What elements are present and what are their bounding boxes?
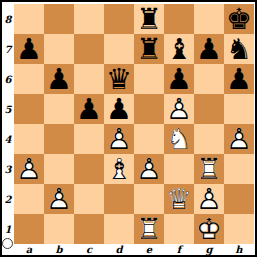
rank-label-2: 2 [2,184,14,214]
pawn-glyph-outline: ♙ [224,124,254,154]
pawn-glyph: ♟ [74,94,104,124]
file-labels: abcdefgh [14,243,254,255]
square-h5[interactable] [224,94,254,124]
piece-black-pawn[interactable]: ♟ [44,64,74,94]
square-f5[interactable]: ♟♙ [164,94,194,124]
king-glyph: ♚ [224,4,254,34]
square-e8[interactable]: ♜ [134,4,164,34]
pawn-glyph-outline: ♙ [44,184,74,214]
square-c1[interactable] [74,214,104,244]
piece-white-king[interactable]: ♚♔ [194,214,224,244]
square-g7[interactable]: ♟ [194,34,224,64]
square-b4[interactable] [44,124,74,154]
square-f4[interactable]: ♞♘ [164,124,194,154]
piece-white-pawn[interactable]: ♟♙ [44,184,74,214]
square-b8[interactable] [44,4,74,34]
square-a1[interactable] [14,214,44,244]
file-label-b: b [44,243,74,255]
rook-glyph: ♜ [134,4,164,34]
chess-board: ♜♚♟♜♝♟♞♟♛♟♟♟♟♟♙♟♙♞♘♟♙♟♙♝♗♟♙♜♖♟♙♛♕♟♙♜♖♚♔ [14,4,254,244]
square-a4[interactable] [14,124,44,154]
piece-black-pawn[interactable]: ♟ [194,34,224,64]
square-f7[interactable]: ♝ [164,34,194,64]
piece-white-rook[interactable]: ♜♖ [134,214,164,244]
square-b5[interactable] [44,94,74,124]
square-h6[interactable]: ♟ [224,64,254,94]
square-f2[interactable]: ♛♕ [164,184,194,214]
pawn-glyph-outline: ♙ [194,184,224,214]
rook-glyph-outline: ♖ [134,214,164,244]
square-c3[interactable] [74,154,104,184]
rank-label-8: 8 [2,4,14,34]
rook-glyph: ♜ [134,34,164,64]
square-c7[interactable] [74,34,104,64]
pawn-glyph: ♟ [164,64,194,94]
piece-black-pawn[interactable]: ♟ [104,94,134,124]
white-to-move-indicator [2,238,13,249]
piece-white-knight[interactable]: ♞♘ [164,124,194,154]
square-d1[interactable] [104,214,134,244]
square-b3[interactable] [44,154,74,184]
square-f8[interactable] [164,4,194,34]
pawn-glyph: ♟ [194,34,224,64]
pawn-glyph: ♟ [44,64,74,94]
file-label-d: d [104,243,134,255]
piece-black-pawn[interactable]: ♟ [74,94,104,124]
square-b6[interactable]: ♟ [44,64,74,94]
rank-label-6: 6 [2,64,14,94]
knight-glyph: ♞ [224,34,254,64]
square-h4[interactable]: ♟♙ [224,124,254,154]
square-f6[interactable]: ♟ [164,64,194,94]
square-h1[interactable] [224,214,254,244]
square-b1[interactable] [44,214,74,244]
rook-glyph-outline: ♖ [194,154,224,184]
rank-label-4: 4 [2,124,14,154]
piece-black-king[interactable]: ♚ [224,4,254,34]
piece-white-pawn[interactable]: ♟♙ [164,94,194,124]
square-e3[interactable]: ♟♙ [134,154,164,184]
square-f3[interactable] [164,154,194,184]
square-d5[interactable]: ♟ [104,94,134,124]
piece-black-knight[interactable]: ♞ [224,34,254,64]
square-g1[interactable]: ♚♔ [194,214,224,244]
square-e4[interactable] [134,124,164,154]
rank-label-5: 5 [2,94,14,124]
piece-black-rook[interactable]: ♜ [134,34,164,64]
queen-glyph: ♛ [104,64,134,94]
rank-label-7: 7 [2,34,14,64]
square-a2[interactable] [14,184,44,214]
square-d3[interactable]: ♝♗ [104,154,134,184]
square-g4[interactable] [194,124,224,154]
file-label-a: a [14,243,44,255]
pawn-glyph: ♟ [104,94,134,124]
file-label-h: h [224,243,254,255]
square-a3[interactable]: ♟♙ [14,154,44,184]
square-d8[interactable] [104,4,134,34]
rank-label-3: 3 [2,154,14,184]
square-g2[interactable]: ♟♙ [194,184,224,214]
square-g3[interactable]: ♜♖ [194,154,224,184]
square-c6[interactable] [74,64,104,94]
square-h2[interactable] [224,184,254,214]
bishop-glyph-outline: ♗ [104,154,134,184]
square-h3[interactable] [224,154,254,184]
piece-white-pawn[interactable]: ♟♙ [224,124,254,154]
square-d2[interactable] [104,184,134,214]
pawn-glyph: ♟ [14,34,44,64]
square-e7[interactable]: ♜ [134,34,164,64]
piece-black-rook[interactable]: ♜ [134,4,164,34]
square-e6[interactable] [134,64,164,94]
square-c8[interactable] [74,4,104,34]
square-a6[interactable] [14,64,44,94]
square-g6[interactable] [194,64,224,94]
knight-glyph-outline: ♘ [164,124,194,154]
square-g8[interactable] [194,4,224,34]
bishop-glyph: ♝ [164,34,194,64]
square-a5[interactable] [14,94,44,124]
piece-white-pawn[interactable]: ♟♙ [194,184,224,214]
square-h8[interactable]: ♚ [224,4,254,34]
pawn-glyph-outline: ♙ [104,124,134,154]
pawn-glyph-outline: ♙ [164,94,194,124]
square-e2[interactable] [134,184,164,214]
piece-white-rook[interactable]: ♜♖ [194,154,224,184]
piece-black-pawn[interactable]: ♟ [224,64,254,94]
piece-white-pawn[interactable]: ♟♙ [14,154,44,184]
pawn-glyph-outline: ♙ [134,154,164,184]
square-e5[interactable] [134,94,164,124]
piece-black-pawn[interactable]: ♟ [14,34,44,64]
square-g5[interactable] [194,94,224,124]
piece-white-queen[interactable]: ♛♕ [164,184,194,214]
square-f1[interactable] [164,214,194,244]
square-c4[interactable] [74,124,104,154]
square-c2[interactable] [74,184,104,214]
square-b7[interactable] [44,34,74,64]
pawn-glyph: ♟ [224,64,254,94]
square-a7[interactable]: ♟ [14,34,44,64]
king-glyph-outline: ♔ [194,214,224,244]
rank-labels: 87654321 [2,4,14,244]
square-d7[interactable] [104,34,134,64]
queen-glyph-outline: ♕ [164,184,194,214]
file-label-f: f [164,243,194,255]
square-a8[interactable] [14,4,44,34]
piece-black-queen[interactable]: ♛ [104,64,134,94]
file-label-g: g [194,243,224,255]
square-e1[interactable]: ♜♖ [134,214,164,244]
piece-white-bishop[interactable]: ♝♗ [104,154,134,184]
square-h7[interactable]: ♞ [224,34,254,64]
file-label-c: c [74,243,104,255]
square-d6[interactable]: ♛ [104,64,134,94]
chess-diagram: ♜♚♟♜♝♟♞♟♛♟♟♟♟♟♙♟♙♞♘♟♙♟♙♝♗♟♙♜♖♟♙♛♕♟♙♜♖♚♔ … [0,0,257,257]
piece-black-bishop[interactable]: ♝ [164,34,194,64]
piece-black-pawn[interactable]: ♟ [164,64,194,94]
pawn-glyph-outline: ♙ [14,154,44,184]
piece-white-pawn[interactable]: ♟♙ [134,154,164,184]
piece-white-pawn[interactable]: ♟♙ [104,124,134,154]
square-d4[interactable]: ♟♙ [104,124,134,154]
square-b2[interactable]: ♟♙ [44,184,74,214]
square-c5[interactable]: ♟ [74,94,104,124]
file-label-e: e [134,243,164,255]
